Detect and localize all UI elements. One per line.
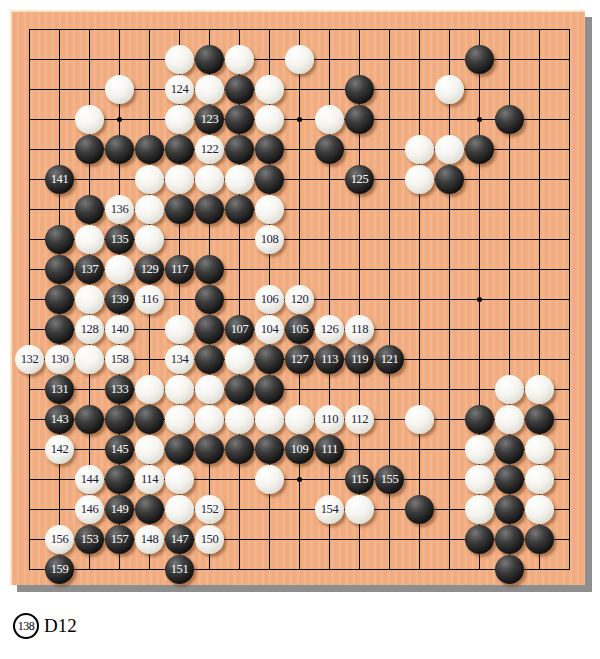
stone-white bbox=[165, 45, 194, 74]
stone-white bbox=[255, 75, 284, 104]
stone-black-125: 125 bbox=[345, 165, 374, 194]
stone-white bbox=[225, 165, 254, 194]
stone-black-155: 155 bbox=[375, 465, 404, 494]
stone-white bbox=[525, 465, 554, 494]
stone-black bbox=[255, 345, 284, 374]
stone-black-127: 127 bbox=[285, 345, 314, 374]
stone-black bbox=[255, 135, 284, 164]
stone-black bbox=[345, 105, 374, 134]
stone-white bbox=[255, 105, 284, 134]
stone-black bbox=[405, 495, 434, 524]
stone-white bbox=[195, 405, 224, 434]
stone-white bbox=[465, 435, 494, 464]
stone-black bbox=[225, 375, 254, 404]
stone-black bbox=[495, 435, 524, 464]
stone-black bbox=[45, 255, 74, 284]
stone-white bbox=[525, 495, 554, 524]
stone-white bbox=[285, 405, 314, 434]
star-point bbox=[477, 117, 482, 122]
stone-black bbox=[225, 195, 254, 224]
stone-black bbox=[195, 285, 224, 314]
stone-black-129: 129 bbox=[135, 255, 164, 284]
stone-white bbox=[135, 375, 164, 404]
stone-white bbox=[405, 165, 434, 194]
stone-black-123: 123 bbox=[195, 105, 224, 134]
stone-white-144: 144 bbox=[75, 465, 104, 494]
stone-black bbox=[135, 405, 164, 434]
stone-white bbox=[345, 495, 374, 524]
stone-black bbox=[195, 195, 224, 224]
stone-black bbox=[195, 435, 224, 464]
stone-black bbox=[45, 225, 74, 254]
stone-black bbox=[225, 435, 254, 464]
stone-black bbox=[195, 345, 224, 374]
stone-black bbox=[495, 495, 524, 524]
stone-white bbox=[315, 105, 344, 134]
stone-white bbox=[525, 375, 554, 404]
stone-white-142: 142 bbox=[45, 435, 74, 464]
stone-black-109: 109 bbox=[285, 435, 314, 464]
stone-white bbox=[165, 105, 194, 134]
stone-black bbox=[225, 75, 254, 104]
stone-black bbox=[495, 105, 524, 134]
stone-white bbox=[165, 375, 194, 404]
stone-black bbox=[195, 255, 224, 284]
stone-black bbox=[105, 465, 134, 494]
stone-white-152: 152 bbox=[195, 495, 224, 524]
stone-black bbox=[45, 315, 74, 344]
stone-white-114: 114 bbox=[135, 465, 164, 494]
stone-black-157: 157 bbox=[105, 525, 134, 554]
stone-black bbox=[195, 315, 224, 344]
stone-black-115: 115 bbox=[345, 465, 374, 494]
grid-line-vertical bbox=[419, 29, 420, 570]
stone-black bbox=[495, 525, 524, 554]
grid-line-vertical bbox=[449, 29, 450, 570]
grid-line-horizontal bbox=[29, 569, 570, 570]
go-board-surface[interactable]: 1241231221411251361351081371291171391161… bbox=[10, 10, 585, 585]
stone-black bbox=[465, 45, 494, 74]
stone-white bbox=[135, 435, 164, 464]
stone-white bbox=[75, 285, 104, 314]
star-point bbox=[297, 117, 302, 122]
stone-white-146: 146 bbox=[75, 495, 104, 524]
stone-black bbox=[75, 405, 104, 434]
stone-black-139: 139 bbox=[105, 285, 134, 314]
stone-white-130: 130 bbox=[45, 345, 74, 374]
stone-white bbox=[75, 345, 104, 374]
stone-white-122: 122 bbox=[195, 135, 224, 164]
stone-black bbox=[45, 285, 74, 314]
stone-white bbox=[225, 345, 254, 374]
stone-white bbox=[135, 165, 164, 194]
stone-white-140: 140 bbox=[105, 315, 134, 344]
stone-white-150: 150 bbox=[195, 525, 224, 554]
star-point bbox=[117, 117, 122, 122]
stone-black-107: 107 bbox=[225, 315, 254, 344]
stone-black-147: 147 bbox=[165, 525, 194, 554]
stone-white-158: 158 bbox=[105, 345, 134, 374]
stone-white-120: 120 bbox=[285, 285, 314, 314]
stone-white-136: 136 bbox=[105, 195, 134, 224]
stone-black-141: 141 bbox=[45, 165, 74, 194]
stone-black-137: 137 bbox=[75, 255, 104, 284]
stone-white bbox=[165, 465, 194, 494]
stone-white-108: 108 bbox=[255, 225, 284, 254]
stone-black-133: 133 bbox=[105, 375, 134, 404]
stone-white-132: 132 bbox=[15, 345, 44, 374]
stone-white-116: 116 bbox=[135, 285, 164, 314]
stone-black-113: 113 bbox=[315, 345, 344, 374]
stone-white bbox=[525, 435, 554, 464]
stone-white-156: 156 bbox=[45, 525, 74, 554]
stone-white-124: 124 bbox=[165, 75, 194, 104]
stone-white-106: 106 bbox=[255, 285, 284, 314]
stone-white bbox=[405, 135, 434, 164]
stone-white bbox=[255, 405, 284, 434]
stone-black-145: 145 bbox=[105, 435, 134, 464]
stone-white bbox=[225, 45, 254, 74]
grid-line-vertical bbox=[569, 29, 570, 570]
stone-black bbox=[105, 405, 134, 434]
stone-black-151: 151 bbox=[165, 555, 194, 584]
stone-white bbox=[225, 405, 254, 434]
stone-white-112: 112 bbox=[345, 405, 374, 434]
stone-white bbox=[495, 375, 524, 404]
stone-white bbox=[465, 495, 494, 524]
stone-white bbox=[195, 165, 224, 194]
stone-black bbox=[225, 105, 254, 134]
caption: 138 D12 bbox=[13, 613, 77, 639]
stone-black-159: 159 bbox=[45, 555, 74, 584]
stone-black bbox=[105, 135, 134, 164]
stone-white bbox=[255, 465, 284, 494]
go-diagram: 1241231221411251361351081371291171391161… bbox=[0, 0, 600, 659]
stone-black bbox=[345, 75, 374, 104]
stone-black-121: 121 bbox=[375, 345, 404, 374]
stone-black bbox=[255, 435, 284, 464]
stone-white bbox=[165, 405, 194, 434]
stone-white bbox=[165, 165, 194, 194]
stone-white bbox=[165, 495, 194, 524]
caption-coordinate: D12 bbox=[44, 615, 77, 637]
stone-black-131: 131 bbox=[45, 375, 74, 404]
star-point bbox=[297, 477, 302, 482]
stone-black-153: 153 bbox=[75, 525, 104, 554]
stone-white-128: 128 bbox=[75, 315, 104, 344]
stone-white bbox=[285, 45, 314, 74]
stone-white-154: 154 bbox=[315, 495, 344, 524]
stone-black bbox=[165, 435, 194, 464]
stone-black-111: 111 bbox=[315, 435, 344, 464]
stone-white bbox=[465, 465, 494, 494]
stone-white bbox=[495, 405, 524, 434]
stone-white bbox=[195, 75, 224, 104]
stone-black bbox=[465, 525, 494, 554]
stone-white-110: 110 bbox=[315, 405, 344, 434]
star-point bbox=[477, 297, 482, 302]
stone-white bbox=[135, 195, 164, 224]
stone-black bbox=[315, 135, 344, 164]
stone-black bbox=[135, 495, 164, 524]
stone-black bbox=[525, 525, 554, 554]
stone-white bbox=[75, 225, 104, 254]
stone-white bbox=[105, 75, 134, 104]
stone-white bbox=[435, 135, 464, 164]
stone-white-148: 148 bbox=[135, 525, 164, 554]
stone-white-104: 104 bbox=[255, 315, 284, 344]
stone-black bbox=[435, 165, 464, 194]
stone-black bbox=[195, 45, 224, 74]
stone-white bbox=[405, 405, 434, 434]
stone-black-119: 119 bbox=[345, 345, 374, 374]
stone-black-105: 105 bbox=[285, 315, 314, 344]
stone-white bbox=[165, 315, 194, 344]
stone-black bbox=[495, 465, 524, 494]
stone-black bbox=[465, 405, 494, 434]
stone-white bbox=[435, 75, 464, 104]
stone-black bbox=[495, 555, 524, 584]
stone-black-117: 117 bbox=[165, 255, 194, 284]
stone-white bbox=[255, 195, 284, 224]
stone-white bbox=[135, 225, 164, 254]
stone-black bbox=[165, 195, 194, 224]
stone-black bbox=[525, 405, 554, 434]
stone-white-126: 126 bbox=[315, 315, 344, 344]
stone-white bbox=[75, 105, 104, 134]
stone-white bbox=[105, 255, 134, 284]
stone-black bbox=[135, 135, 164, 164]
stone-white-118: 118 bbox=[345, 315, 374, 344]
stone-black-143: 143 bbox=[45, 405, 74, 434]
stone-black bbox=[75, 195, 104, 224]
stone-black-149: 149 bbox=[105, 495, 134, 524]
stone-white bbox=[195, 375, 224, 404]
stone-black bbox=[255, 375, 284, 404]
stone-black bbox=[465, 135, 494, 164]
stone-white-134: 134 bbox=[165, 345, 194, 374]
stone-black bbox=[255, 165, 284, 194]
caption-stone-marker-white: 138 bbox=[13, 613, 39, 639]
stone-black-135: 135 bbox=[105, 225, 134, 254]
stone-black bbox=[165, 135, 194, 164]
stone-black bbox=[225, 135, 254, 164]
stone-black bbox=[75, 135, 104, 164]
